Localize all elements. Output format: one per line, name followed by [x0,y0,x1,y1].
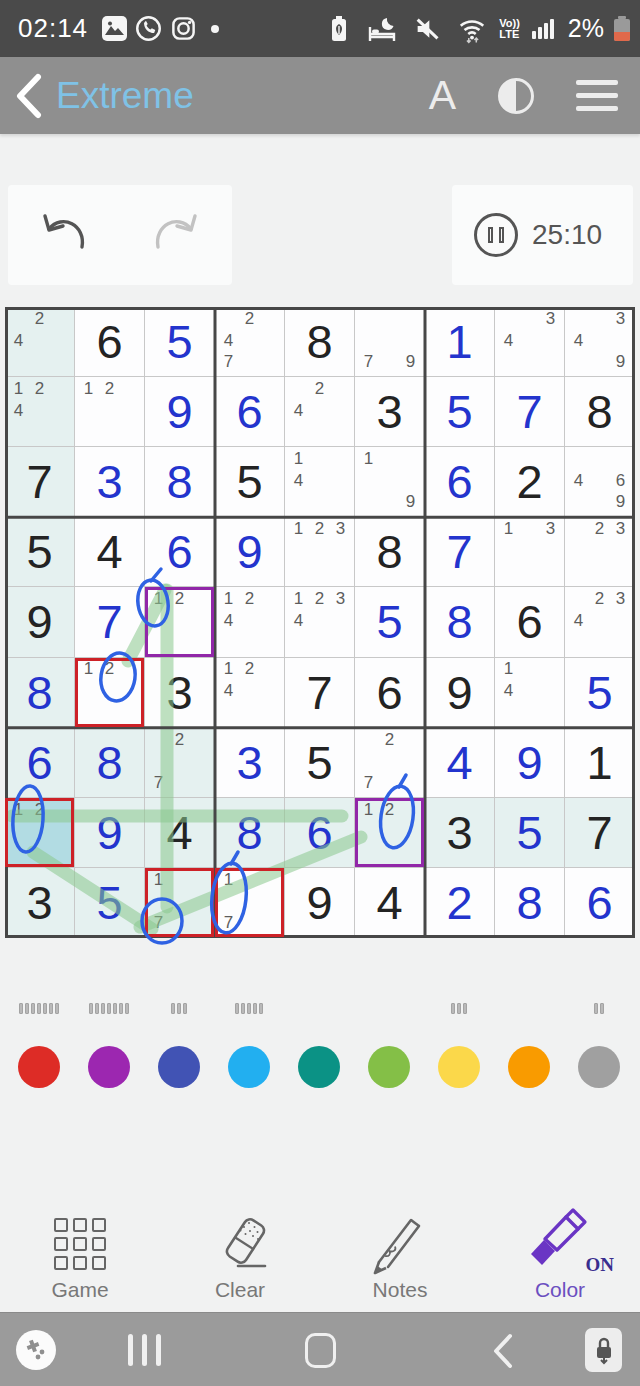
clear-label: Clear [215,1278,265,1302]
redo-button[interactable] [148,207,204,263]
given-digit: 9 [5,587,74,656]
game-grid-icon [54,1196,106,1276]
sudoku-board: 2465247879134349124129624357873851419624… [5,307,635,938]
undo-button[interactable] [36,207,92,263]
cell-r9c8[interactable]: 8 [495,868,565,938]
status-bar: 02:14 Vo)) LTE [0,0,640,57]
color-label: Color [535,1278,585,1302]
pencil-notes: 12 [8,799,71,864]
cell-r2c6[interactable]: 3 [355,377,425,447]
pencil-notes: 124 [8,378,71,443]
filled-digit: 6 [425,447,494,516]
given-digit: 5 [215,447,284,516]
sudoku-grid: 2465247879134349124129624357873851419624… [5,307,635,938]
status-right-icons: Vo)) LTE 2% [323,14,630,44]
cell-r6c2[interactable]: 12 [75,658,145,728]
sleep-mode-icon [367,15,397,43]
given-digit: 6 [495,587,564,656]
cell-r8c5[interactable]: 6 [285,798,355,868]
cell-r8c7[interactable]: 3 [425,798,495,868]
cell-r3c5[interactable]: 14 [285,447,355,517]
usage-ticks-indigo [171,1002,187,1014]
pencil-notes: 123 [288,518,351,583]
color-on-badge: ON [586,1254,615,1276]
color-swatch-teal[interactable] [298,1046,340,1088]
cell-r9c7[interactable]: 2 [425,868,495,938]
cell-r6c3[interactable]: 3 [145,658,215,728]
cell-r5c7[interactable]: 8 [425,587,495,657]
cell-r6c8[interactable]: 14 [495,658,565,728]
filled-digit: 9 [145,377,214,446]
sudoku-app-screen: 02:14 Vo)) LTE [0,0,640,1386]
eraser-icon [207,1196,273,1276]
filled-digit: 6 [285,798,354,867]
filled-digit: 6 [5,728,74,797]
recents-button[interactable] [128,1334,161,1366]
cell-r7c6[interactable]: 27 [355,728,425,798]
filled-digit: 6 [145,517,214,586]
pencil-notes: 124 [218,588,281,653]
filled-digit: 2 [425,868,494,937]
given-digit: 5 [285,728,354,797]
cell-r2c7[interactable]: 5 [425,377,495,447]
given-digit: 3 [5,868,74,937]
pencil-notes: 23 [568,518,631,583]
palette-column-indigo [158,1002,200,1112]
pencil-notes: 79 [358,308,421,373]
pencil-notes: 247 [218,308,281,373]
color-swatch-green[interactable] [368,1046,410,1088]
pencil-notes: 17 [148,869,211,934]
pencil-notes: 469 [568,448,631,513]
cell-r5c9[interactable]: 234 [565,587,635,657]
color-swatch-yellow[interactable] [438,1046,480,1088]
palette-column-green [368,1002,410,1112]
cell-r1c7[interactable]: 1 [425,307,495,377]
cell-r9c3[interactable]: 17 [145,868,215,938]
palette-column-gray [578,1002,620,1112]
cell-r7c9[interactable]: 1 [565,728,635,798]
cell-r5c1[interactable]: 9 [5,587,75,657]
cell-r3c1[interactable]: 7 [5,447,75,517]
palette-column-teal [298,1002,340,1112]
cell-r4c3[interactable]: 6 [145,517,215,587]
pencil-notes: 24 [8,308,71,373]
cell-r4c8[interactable]: 13 [495,517,565,587]
color-palette [0,1002,640,1112]
color-swatch-gray[interactable] [578,1046,620,1088]
color-swatch-red[interactable] [18,1046,60,1088]
cell-r1c1[interactable]: 24 [5,307,75,377]
cell-r2c5[interactable]: 24 [285,377,355,447]
font-size-button[interactable]: A [429,72,456,119]
cell-r8c6[interactable]: 12 [355,798,425,868]
usage-ticks-red [19,1002,59,1014]
clock-text: 02:14 [18,13,88,44]
palette-column-purple [88,1002,130,1112]
battery-percent-text: 2% [568,14,604,43]
cell-r7c4[interactable]: 3 [215,728,285,798]
cell-r3c3[interactable]: 8 [145,447,215,517]
cell-r7c5[interactable]: 5 [285,728,355,798]
volte-icon: Vo)) LTE [499,18,520,40]
mute-icon [413,15,441,43]
usage-ticks-light-blue [235,1002,263,1014]
cell-r2c8[interactable]: 7 [495,377,565,447]
cell-r5c8[interactable]: 6 [495,587,565,657]
given-digit: 4 [75,517,144,586]
cell-r4c6[interactable]: 8 [355,517,425,587]
cell-r7c2[interactable]: 8 [75,728,145,798]
filled-digit: 6 [215,377,284,446]
palette-column-yellow [438,1002,480,1112]
cell-r1c8[interactable]: 34 [495,307,565,377]
cell-r2c4[interactable]: 6 [215,377,285,447]
cell-r2c1[interactable]: 124 [5,377,75,447]
cell-r1c2[interactable]: 6 [75,307,145,377]
notification-dot-icon [211,25,219,33]
notes-label: Notes [373,1278,428,1302]
pencil-notes: 12 [358,799,421,864]
timer-text: 25:10 [532,219,602,251]
filled-digit: 5 [75,868,144,937]
given-digit: 9 [285,868,354,937]
game-button[interactable]: Game [0,1196,160,1308]
cell-r1c6[interactable]: 79 [355,307,425,377]
given-digit: 8 [285,307,354,376]
pencil-notes: 12 [78,659,141,724]
cell-r1c3[interactable]: 5 [145,307,215,377]
pause-button[interactable] [474,213,518,257]
usage-ticks-gray [594,1002,604,1014]
given-digit: 8 [565,377,634,446]
pencil-notes: 12 [78,378,141,443]
touch-lock-icon[interactable] [585,1328,622,1372]
cell-r9c4[interactable]: 17 [215,868,285,938]
pencil-notes: 349 [568,308,631,373]
cell-r3c7[interactable]: 6 [425,447,495,517]
cell-r5c5[interactable]: 1234 [285,587,355,657]
back-nav-button[interactable] [492,1333,514,1373]
pencil-notes: 12 [148,588,211,653]
cell-r6c6[interactable]: 6 [355,658,425,728]
cell-r2c3[interactable]: 9 [145,377,215,447]
cell-r4c7[interactable]: 7 [425,517,495,587]
cell-r2c9[interactable]: 8 [565,377,635,447]
cell-r8c3[interactable]: 4 [145,798,215,868]
filled-digit: 8 [425,587,494,656]
cell-r3c6[interactable]: 19 [355,447,425,517]
filled-digit: 8 [5,658,74,727]
cell-r2c2[interactable]: 12 [75,377,145,447]
cell-r6c7[interactable]: 9 [425,658,495,728]
cell-r6c9[interactable]: 5 [565,658,635,728]
pencil-notes: 13 [498,518,561,583]
given-digit: 4 [355,868,424,937]
given-digit: 1 [565,728,634,797]
filled-digit: 7 [495,377,564,446]
cell-r1c4[interactable]: 247 [215,307,285,377]
filled-digit: 9 [75,798,144,867]
given-digit: 6 [355,658,424,727]
cell-r5c2[interactable]: 7 [75,587,145,657]
pencil-notes: 34 [498,308,561,373]
cell-r5c6[interactable]: 5 [355,587,425,657]
cell-r9c9[interactable]: 6 [565,868,635,938]
page-title: Extreme [56,75,194,117]
color-swatch-indigo[interactable] [158,1046,200,1088]
given-digit: 5 [5,517,74,586]
pencil-notes: 234 [568,588,631,653]
cell-r9c2[interactable]: 5 [75,868,145,938]
filled-digit: 3 [215,728,284,797]
battery-saver-icon [327,15,351,43]
cell-r3c9[interactable]: 469 [565,447,635,517]
cell-r6c5[interactable]: 7 [285,658,355,728]
timer-card: 25:10 [452,185,633,285]
undo-redo-card [8,185,232,285]
cell-r6c4[interactable]: 124 [215,658,285,728]
pencil-notes: 24 [288,378,351,443]
notes-button[interactable]: Notes [320,1196,480,1308]
game-launcher-icon[interactable] [16,1330,56,1370]
cell-r4c2[interactable]: 4 [75,517,145,587]
filled-digit: 7 [75,587,144,656]
given-digit: 7 [565,798,634,867]
filled-digit: 8 [495,868,564,937]
cell-r7c8[interactable]: 9 [495,728,565,798]
palette-column-orange [508,1002,550,1112]
cell-r9c6[interactable]: 4 [355,868,425,938]
filled-digit: 9 [495,728,564,797]
game-label: Game [51,1278,108,1302]
cell-r4c5[interactable]: 123 [285,517,355,587]
usage-ticks-purple [89,1002,129,1014]
cell-r7c1[interactable]: 6 [5,728,75,798]
given-digit: 3 [145,658,214,727]
filled-digit: 8 [215,798,284,867]
filled-digit: 3 [75,447,144,516]
cell-r8c4[interactable]: 8 [215,798,285,868]
cell-r3c8[interactable]: 2 [495,447,565,517]
pencil-notes: 14 [498,659,561,724]
given-digit: 3 [355,377,424,446]
cell-r1c9[interactable]: 349 [565,307,635,377]
whatsapp-icon [135,15,162,42]
home-button[interactable] [305,1333,336,1368]
cell-r4c1[interactable]: 5 [5,517,75,587]
contrast-toggle-icon[interactable] [498,78,534,114]
instagram-icon [170,15,197,42]
cell-r1c5[interactable]: 8 [285,307,355,377]
back-button[interactable] [14,73,44,119]
pencil-notes: 19 [358,448,421,513]
filled-digit: 5 [425,377,494,446]
given-digit: 8 [355,517,424,586]
given-digit: 7 [5,447,74,516]
cell-r8c1[interactable]: 12 [5,798,75,868]
app-header: Extreme A [0,57,640,134]
cell-r9c5[interactable]: 9 [285,868,355,938]
cell-r5c4[interactable]: 124 [215,587,285,657]
cell-r3c4[interactable]: 5 [215,447,285,517]
cell-r5c3[interactable]: 12 [145,587,215,657]
pencil-notes: 14 [288,448,351,513]
pencil-notes: 17 [218,869,281,934]
wifi-icon [457,14,487,44]
filled-digit: 7 [425,517,494,586]
filled-digit: 6 [565,868,634,937]
filled-digit: 8 [145,447,214,516]
filled-digit: 5 [355,587,424,656]
given-digit: 4 [145,798,214,867]
signal-icon [532,19,554,39]
palette-column-red [18,1002,60,1112]
pencil-notes: 124 [218,659,281,724]
color-swatch-orange[interactable] [508,1046,550,1088]
filled-digit: 5 [495,798,564,867]
cell-r8c8[interactable]: 5 [495,798,565,868]
android-nav-bar [0,1312,640,1386]
filled-digit: 8 [75,728,144,797]
clear-button[interactable]: Clear [160,1196,320,1308]
palette-column-light-blue [228,1002,270,1112]
cell-r9c1[interactable]: 3 [5,868,75,938]
usage-ticks-yellow [451,1002,467,1014]
given-digit: 2 [495,447,564,516]
gallery-icon [102,16,127,41]
color-swatch-purple[interactable] [88,1046,130,1088]
cell-r8c2[interactable]: 9 [75,798,145,868]
color-swatch-light-blue[interactable] [228,1046,270,1088]
filled-digit: 1 [425,307,494,376]
pencil-notes: 27 [358,729,421,794]
cell-r3c2[interactable]: 3 [75,447,145,517]
filled-digit: 5 [565,658,634,727]
given-digit: 3 [425,798,494,867]
battery-icon [614,16,630,41]
bottom-toolbar: Game Clear [0,1196,640,1308]
cell-r4c4[interactable]: 9 [215,517,285,587]
cell-r7c3[interactable]: 27 [145,728,215,798]
cell-r8c9[interactable]: 7 [565,798,635,868]
cell-r6c1[interactable]: 8 [5,658,75,728]
pencil-icon [367,1196,433,1276]
filled-digit: 9 [215,517,284,586]
cell-r7c7[interactable]: 4 [425,728,495,798]
given-digit: 7 [285,658,354,727]
menu-button[interactable] [576,80,618,111]
given-digit: 9 [425,658,494,727]
filled-digit: 4 [425,728,494,797]
filled-digit: 5 [145,307,214,376]
color-button[interactable]: ON Color [480,1196,640,1308]
pencil-notes: 1234 [288,588,351,653]
given-digit: 6 [75,307,144,376]
cell-r4c9[interactable]: 23 [565,517,635,587]
pencil-notes: 27 [148,729,211,794]
